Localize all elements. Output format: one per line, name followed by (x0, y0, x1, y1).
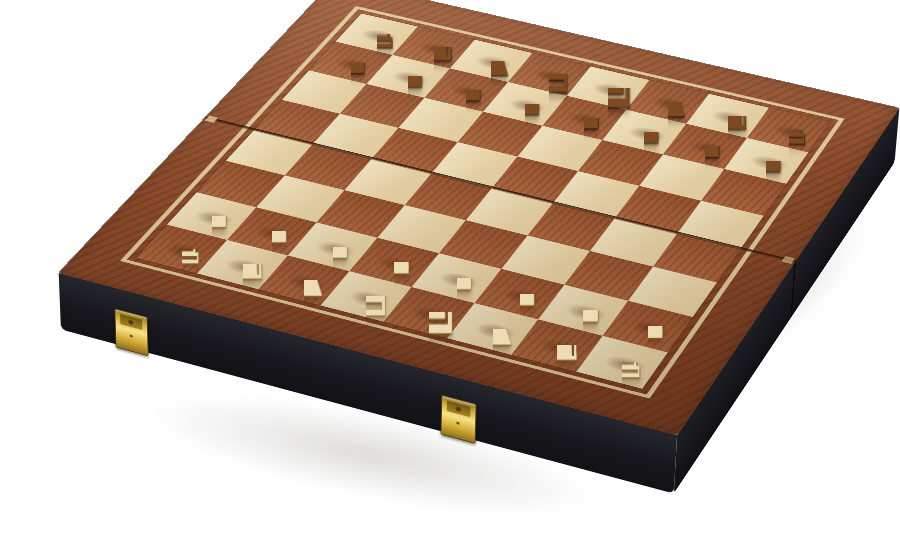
brass-clasp (114, 308, 148, 356)
product-photo: ♜♞♝♛♚♝♞♜♟♟♟♟♟♟♟♟♟♟♟♟♟♟♟♟♜♞♝♛♚♝♞♜ (0, 0, 900, 533)
chess-board: ♜♞♝♛♚♝♞♜♟♟♟♟♟♟♟♟♟♟♟♟♟♟♟♟♜♞♝♛♚♝♞♜ (59, 0, 900, 435)
hinge-seam-side (790, 260, 796, 318)
scene-3d: ♜♞♝♛♚♝♞♜♟♟♟♟♟♟♟♟♟♟♟♟♟♟♟♟♜♞♝♛♚♝♞♜ (0, 0, 900, 533)
brass-clasp (441, 395, 477, 444)
